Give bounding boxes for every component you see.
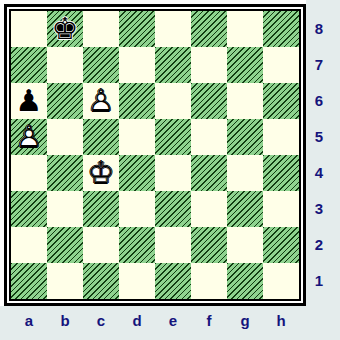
black-pawn-glyph: ♟ <box>11 83 47 119</box>
square-c6[interactable]: ♟♙ <box>83 83 119 119</box>
square-b7[interactable] <box>47 47 83 83</box>
square-a8[interactable] <box>11 11 47 47</box>
square-e2[interactable] <box>155 227 191 263</box>
square-a7[interactable] <box>11 47 47 83</box>
white-king-glyph: ♔ <box>83 155 119 191</box>
file-label-a: a <box>11 310 47 332</box>
square-c7[interactable] <box>83 47 119 83</box>
square-b5[interactable] <box>47 119 83 155</box>
square-f3[interactable] <box>191 191 227 227</box>
square-b1[interactable] <box>47 263 83 299</box>
square-h1[interactable] <box>263 263 299 299</box>
square-c4[interactable]: ♚♔ <box>83 155 119 191</box>
rank-label-1: 1 <box>307 263 331 299</box>
square-h3[interactable] <box>263 191 299 227</box>
file-label-h: h <box>263 310 299 332</box>
square-h6[interactable] <box>263 83 299 119</box>
square-g3[interactable] <box>227 191 263 227</box>
black-king-glyph: ♚ <box>47 11 83 47</box>
square-h5[interactable] <box>263 119 299 155</box>
piece-white-pawn[interactable]: ♟♙ <box>11 119 47 155</box>
piece-black-king[interactable]: ♚ <box>47 11 83 47</box>
square-a5[interactable]: ♟♙ <box>11 119 47 155</box>
square-f5[interactable] <box>191 119 227 155</box>
square-g4[interactable] <box>227 155 263 191</box>
square-d2[interactable] <box>119 227 155 263</box>
white-pawn-glyph: ♙ <box>11 119 47 155</box>
square-c1[interactable] <box>83 263 119 299</box>
rank-label-8: 8 <box>307 11 331 47</box>
piece-black-pawn[interactable]: ♟ <box>11 83 47 119</box>
square-c2[interactable] <box>83 227 119 263</box>
square-h8[interactable] <box>263 11 299 47</box>
square-b4[interactable] <box>47 155 83 191</box>
square-e7[interactable] <box>155 47 191 83</box>
rank-label-4: 4 <box>307 155 331 191</box>
square-d8[interactable] <box>119 11 155 47</box>
square-g2[interactable] <box>227 227 263 263</box>
square-h7[interactable] <box>263 47 299 83</box>
square-e1[interactable] <box>155 263 191 299</box>
square-g5[interactable] <box>227 119 263 155</box>
square-a6[interactable]: ♟ <box>11 83 47 119</box>
board-frame: ♚♟♟♙♟♙♚♔ <box>4 4 306 306</box>
square-e6[interactable] <box>155 83 191 119</box>
file-label-e: e <box>155 310 191 332</box>
square-g1[interactable] <box>227 263 263 299</box>
square-d1[interactable] <box>119 263 155 299</box>
file-label-b: b <box>47 310 83 332</box>
square-d4[interactable] <box>119 155 155 191</box>
square-b6[interactable] <box>47 83 83 119</box>
square-e5[interactable] <box>155 119 191 155</box>
piece-white-king[interactable]: ♚♔ <box>83 155 119 191</box>
square-a3[interactable] <box>11 191 47 227</box>
chess-diagram-page: ♚♟♟♙♟♙♚♔ abcdefgh 87654321 <box>0 0 340 340</box>
square-b3[interactable] <box>47 191 83 227</box>
square-g8[interactable] <box>227 11 263 47</box>
rank-label-7: 7 <box>307 47 331 83</box>
square-d6[interactable] <box>119 83 155 119</box>
square-e3[interactable] <box>155 191 191 227</box>
file-label-d: d <box>119 310 155 332</box>
rank-label-3: 3 <box>307 191 331 227</box>
square-f8[interactable] <box>191 11 227 47</box>
square-b8[interactable]: ♚ <box>47 11 83 47</box>
square-c3[interactable] <box>83 191 119 227</box>
square-f1[interactable] <box>191 263 227 299</box>
square-b2[interactable] <box>47 227 83 263</box>
square-d5[interactable] <box>119 119 155 155</box>
rank-label-2: 2 <box>307 227 331 263</box>
square-c5[interactable] <box>83 119 119 155</box>
file-labels: abcdefgh <box>11 310 299 332</box>
file-label-c: c <box>83 310 119 332</box>
square-f6[interactable] <box>191 83 227 119</box>
chess-board: ♚♟♟♙♟♙♚♔ <box>9 9 301 301</box>
rank-labels: 87654321 <box>307 11 331 299</box>
square-f7[interactable] <box>191 47 227 83</box>
square-e8[interactable] <box>155 11 191 47</box>
piece-white-pawn[interactable]: ♟♙ <box>83 83 119 119</box>
white-pawn-glyph: ♙ <box>83 83 119 119</box>
square-f4[interactable] <box>191 155 227 191</box>
board-backing: ♚♟♟♙♟♙♚♔ <box>0 0 306 306</box>
square-g6[interactable] <box>227 83 263 119</box>
square-a1[interactable] <box>11 263 47 299</box>
square-a2[interactable] <box>11 227 47 263</box>
square-e4[interactable] <box>155 155 191 191</box>
square-g7[interactable] <box>227 47 263 83</box>
square-f2[interactable] <box>191 227 227 263</box>
rank-label-5: 5 <box>307 119 331 155</box>
square-h2[interactable] <box>263 227 299 263</box>
file-label-g: g <box>227 310 263 332</box>
square-c8[interactable] <box>83 11 119 47</box>
square-a4[interactable] <box>11 155 47 191</box>
square-h4[interactable] <box>263 155 299 191</box>
rank-label-6: 6 <box>307 83 331 119</box>
file-label-f: f <box>191 310 227 332</box>
square-d7[interactable] <box>119 47 155 83</box>
square-d3[interactable] <box>119 191 155 227</box>
